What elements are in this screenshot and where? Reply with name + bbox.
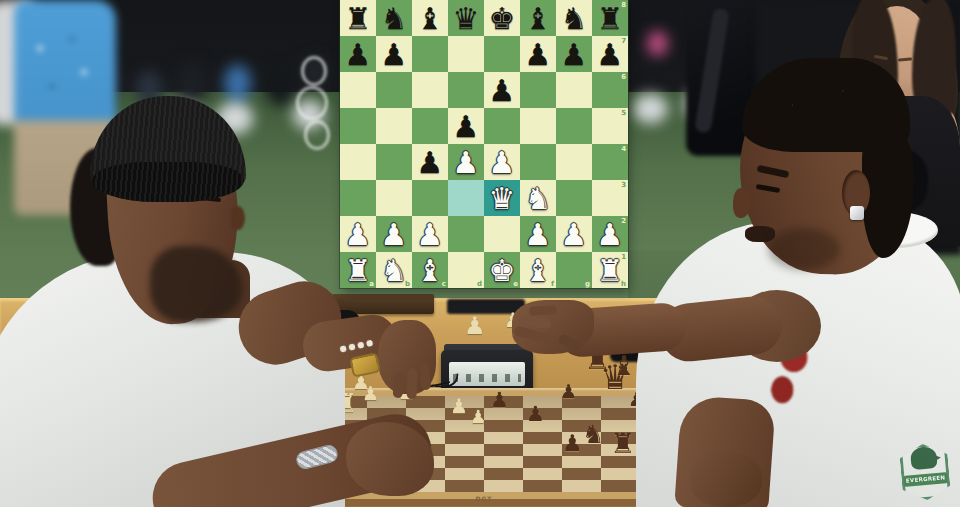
square-h4: 4 [592, 144, 628, 180]
right-player-finger [529, 305, 557, 315]
rank-label-2: 2 [621, 217, 626, 225]
file-label-d: d [477, 280, 482, 288]
square-b3 [376, 180, 412, 216]
black-bishop-f8: ♝ [520, 0, 556, 36]
file-label-b: b [405, 280, 410, 288]
right-player-earring [850, 206, 864, 220]
black-pawn-e6: ♟ [484, 72, 520, 108]
board-brand-label: DGT [316, 495, 652, 502]
white-knight-f3: ♞ [520, 180, 556, 216]
square-f1: ♝f [520, 252, 556, 288]
file-label-f: f [551, 280, 554, 288]
square-e4: ♟ [484, 144, 520, 180]
square-a3 [340, 180, 376, 216]
square-h8: ♜8 [592, 0, 628, 36]
square-b6 [376, 72, 412, 108]
black-knight-b8: ♞ [376, 0, 412, 36]
black-pawn-c4: ♟ [412, 144, 448, 180]
square-b2: ♟ [376, 216, 412, 252]
rank-label-4: 4 [621, 145, 626, 153]
rank-label-3: 3 [621, 181, 626, 189]
file-label-g: g [585, 280, 590, 288]
square-a8: ♜ [340, 0, 376, 36]
light-garland [296, 86, 328, 120]
square-e6: ♟ [484, 72, 520, 108]
square-a2: ♟ [340, 216, 376, 252]
square-a1: ♜a [340, 252, 376, 288]
file-label-h: h [621, 280, 626, 288]
left-player-beanie-band [92, 162, 244, 202]
square-g2: ♟ [556, 216, 592, 252]
square-c2: ♟ [412, 216, 448, 252]
left-player-finger [406, 368, 417, 399]
wooden-piece: ♜ [610, 430, 635, 458]
left-player-nose [231, 206, 245, 230]
square-d8: ♛ [448, 0, 484, 36]
black-king-e8: ♚ [484, 0, 520, 36]
square-g7: ♟ [556, 36, 592, 72]
white-queen-e3: ♛ [484, 180, 520, 216]
rank-label-6: 6 [621, 73, 626, 81]
file-label-c: c [442, 280, 446, 288]
square-a5 [340, 108, 376, 144]
square-e3: ♛ [484, 180, 520, 216]
square-b7: ♟ [376, 36, 412, 72]
square-e8: ♚ [484, 0, 520, 36]
square-h2: ♟2 [592, 216, 628, 252]
white-pawn-d4: ♟ [448, 144, 484, 180]
wooden-piece: ♟ [490, 390, 509, 411]
square-f5 [520, 108, 556, 144]
file-label-e: e [513, 280, 518, 288]
square-f4 [520, 144, 556, 180]
light-garland [304, 120, 330, 150]
black-knight-g8: ♞ [556, 0, 592, 36]
rank-label-7: 7 [621, 37, 626, 45]
square-c5 [412, 108, 448, 144]
spare-pawn: ♟ [464, 314, 486, 338]
rank-label-8: 8 [621, 1, 626, 9]
square-c3 [412, 180, 448, 216]
video-frame: ♟ ♟ ♟ DGT ♜ ♟ ♟ ♝ ♟ ♚ ♟ ♟ ♟ ♟ ♟ ♟ ♜ ♛ ♞ … [0, 0, 960, 507]
square-b5 [376, 108, 412, 144]
square-h7: ♟7 [592, 36, 628, 72]
square-g8: ♞ [556, 0, 592, 36]
square-h6: 6 [592, 72, 628, 108]
white-pawn-g2: ♟ [556, 216, 592, 252]
wooden-piece: ♝ [612, 352, 636, 379]
square-g5 [556, 108, 592, 144]
square-b1: ♞b [376, 252, 412, 288]
white-pawn-e4: ♟ [484, 144, 520, 180]
wooden-piece: ♟ [450, 396, 468, 416]
white-pawn-c2: ♟ [412, 216, 448, 252]
blue-shirt-pattern [24, 20, 104, 115]
square-e5 [484, 108, 520, 144]
light-garland [301, 56, 327, 86]
square-g3 [556, 180, 592, 216]
square-g1: g [556, 252, 592, 288]
square-d4: ♟ [448, 144, 484, 180]
black-pawn-b7: ♟ [376, 36, 412, 72]
wooden-piece: ♟ [560, 382, 577, 401]
white-pawn-b2: ♟ [376, 216, 412, 252]
square-f8: ♝ [520, 0, 556, 36]
square-c6 [412, 72, 448, 108]
square-d6 [448, 72, 484, 108]
square-d1: d [448, 252, 484, 288]
square-h5: 5 [592, 108, 628, 144]
square-d3 [448, 180, 484, 216]
eagle-icon [910, 446, 938, 470]
black-pawn-f7: ♟ [520, 36, 556, 72]
black-pawn-d5: ♟ [448, 108, 484, 144]
square-d2 [448, 216, 484, 252]
square-a7: ♟ [340, 36, 376, 72]
square-c4: ♟ [412, 144, 448, 180]
right-player-jaw-shadow [768, 228, 840, 270]
square-d7 [448, 36, 484, 72]
rank-label-5: 5 [621, 109, 626, 117]
black-pawn-a7: ♟ [340, 36, 376, 72]
rank-label-1: 1 [621, 253, 626, 261]
square-a4 [340, 144, 376, 180]
file-label-a: a [369, 280, 374, 288]
square-f6 [520, 72, 556, 108]
black-queen-d8: ♛ [448, 0, 484, 36]
square-g4 [556, 144, 592, 180]
chess-clock-digits [453, 374, 521, 382]
wooden-piece: ♞ [582, 422, 604, 447]
black-rook-a8: ♜ [340, 0, 376, 36]
square-b4 [376, 144, 412, 180]
black-pawn-g7: ♟ [556, 36, 592, 72]
square-h3: 3 [592, 180, 628, 216]
square-a6 [340, 72, 376, 108]
square-f7: ♟ [520, 36, 556, 72]
square-e7 [484, 36, 520, 72]
square-c1: ♝c [412, 252, 448, 288]
square-f2: ♟ [520, 216, 556, 252]
square-e2 [484, 216, 520, 252]
overlay-board: ♜♞♝♛♚♝♞♜8♟♟♟♟♟7♟6♟5♟♟♟4♛♞3♟♟♟♟♟♟2♜a♞b♝cd… [340, 0, 628, 288]
square-e1: ♚e [484, 252, 520, 288]
square-f3: ♞ [520, 180, 556, 216]
white-pawn-a2: ♟ [340, 216, 376, 252]
square-c7 [412, 36, 448, 72]
wooden-piece: ♟ [526, 404, 545, 425]
wooden-piece: ♟ [362, 384, 379, 403]
square-c8: ♝ [412, 0, 448, 36]
square-h1: ♜1h [592, 252, 628, 288]
wooden-piece: ♟ [562, 432, 583, 455]
wooden-piece: ♟ [470, 408, 486, 426]
square-b8: ♞ [376, 0, 412, 36]
evergreen-badge: EVERGREEN [899, 442, 952, 502]
square-d5: ♟ [448, 108, 484, 144]
black-bishop-c8: ♝ [412, 0, 448, 36]
white-pawn-f2: ♟ [520, 216, 556, 252]
right-player-fist [690, 452, 762, 507]
square-g6 [556, 72, 592, 108]
